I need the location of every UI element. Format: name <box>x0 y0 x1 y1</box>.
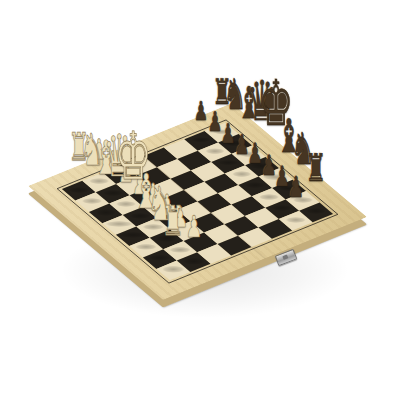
white-rook-h1[interactable]: ♜ <box>162 202 185 243</box>
black-rook-h8[interactable]: ♜ <box>306 149 327 187</box>
black-pawn-a7[interactable]: ♟ <box>194 98 208 124</box>
white-pawn-h2[interactable]: ♟ <box>185 213 202 243</box>
product-photo-scene: ♜♞♝♛♚♝♞♜♟♟♟♟♟♟♟♟♟♟♟♟♟♟♟♟♜♞♝♛♚♝♞♜ <box>0 0 400 400</box>
black-pawn-h7[interactable]: ♟ <box>288 173 304 202</box>
